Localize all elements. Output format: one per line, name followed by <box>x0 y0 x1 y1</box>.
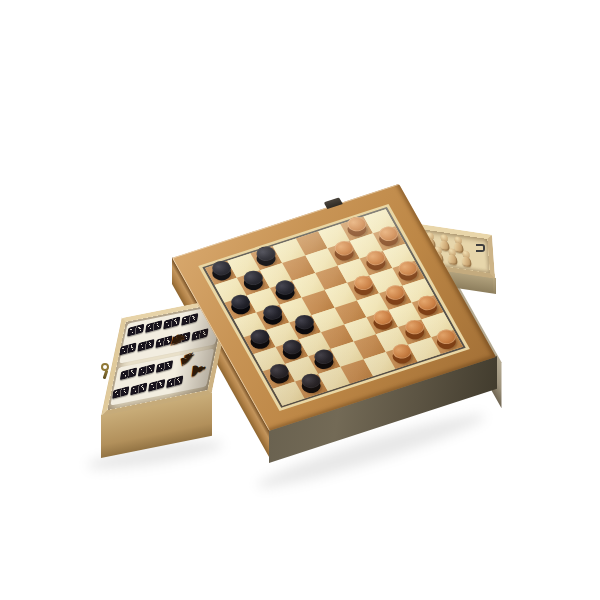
board-grid <box>205 209 463 406</box>
play-area <box>202 207 465 408</box>
game-box-photo: ♞♞♟ <box>0 0 600 600</box>
brass-clasp-hook <box>103 370 109 379</box>
light-pawn[interactable] <box>446 248 457 266</box>
drawer-latch-icon[interactable] <box>476 244 485 252</box>
lid-latch-icon[interactable] <box>324 197 343 209</box>
light-pawn[interactable] <box>460 250 471 268</box>
dark-chess-piece[interactable]: ♞ <box>167 330 189 348</box>
orange-checker[interactable] <box>434 332 459 351</box>
